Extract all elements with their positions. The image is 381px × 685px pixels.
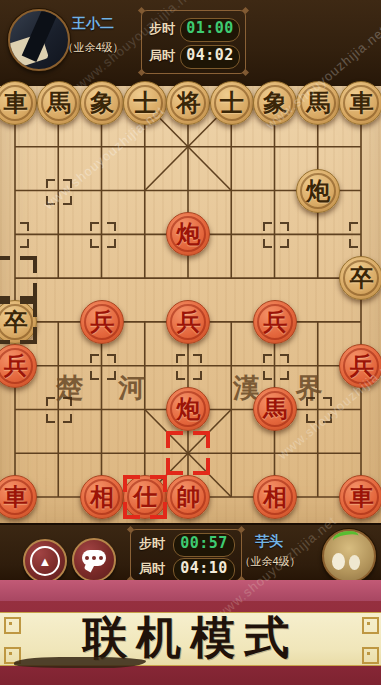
- piece-red-相[interactable]: 相: [80, 475, 124, 519]
- avatar-art: [332, 553, 345, 570]
- game-time-label: 局时: [139, 560, 165, 578]
- piece-black-炮[interactable]: 炮: [296, 169, 340, 213]
- piece-black-卒[interactable]: 卒: [339, 256, 381, 300]
- online-indicator: [332, 529, 361, 549]
- game-time-label: 局时: [149, 47, 175, 65]
- chat-button[interactable]: [72, 538, 116, 582]
- piece-character: 車: [349, 481, 373, 513]
- piece-black-卒[interactable]: 卒: [0, 300, 37, 344]
- piece-black-象[interactable]: 象: [80, 81, 124, 125]
- piece-character: 炮: [176, 218, 200, 250]
- piece-black-車[interactable]: 車: [339, 81, 381, 125]
- piece-black-車[interactable]: 車: [0, 81, 37, 125]
- piece-character: 将: [176, 87, 200, 119]
- piece-red-馬[interactable]: 馬: [253, 387, 297, 431]
- move-time-label: 步时: [149, 20, 175, 38]
- move-time-label: 步时: [139, 535, 165, 553]
- piece-character: 馬: [306, 87, 330, 119]
- piece-character: 相: [90, 481, 114, 513]
- piece-red-帥[interactable]: 帥: [166, 475, 210, 519]
- piece-red-兵[interactable]: 兵: [166, 300, 210, 344]
- piece-red-兵[interactable]: 兵: [253, 300, 297, 344]
- piece-black-士[interactable]: 士: [210, 81, 254, 125]
- piece-character: 象: [90, 87, 114, 119]
- piece-character: 炮: [306, 175, 330, 207]
- opponent-rank: （业余4级）: [50, 40, 136, 55]
- opponent-name: 王小二: [58, 15, 128, 33]
- piece-red-兵[interactable]: 兵: [80, 300, 124, 344]
- piece-red-兵[interactable]: 兵: [0, 344, 37, 388]
- piece-red-兵[interactable]: 兵: [339, 344, 381, 388]
- piece-character: 仕: [133, 481, 157, 513]
- piece-character: 兵: [176, 306, 200, 338]
- piece-grid: 車馬象士将士象馬車炮卒卒炮兵兵兵兵兵炮馬車相仕帥相車: [0, 81, 381, 519]
- piece-character: 炮: [176, 393, 200, 425]
- player-rank: （业余4级）: [230, 554, 310, 569]
- piece-black-馬[interactable]: 馬: [296, 81, 340, 125]
- piece-character: 兵: [3, 350, 27, 382]
- opponent-timer-panel: 步时 01:00 局时 04:02: [141, 10, 246, 74]
- piece-red-車[interactable]: 車: [0, 475, 37, 519]
- piece-character: 士: [220, 87, 244, 119]
- speech-bubble-icon: [82, 550, 106, 566]
- piece-character: 卒: [3, 306, 27, 338]
- up-arrow-icon: ▲: [30, 546, 60, 576]
- piece-character: 兵: [349, 350, 373, 382]
- piece-black-士[interactable]: 士: [123, 81, 167, 125]
- piece-black-象[interactable]: 象: [253, 81, 297, 125]
- piece-character: 車: [349, 87, 373, 119]
- piece-character: 車: [3, 481, 27, 513]
- piece-red-炮[interactable]: 炮: [166, 387, 210, 431]
- piece-black-将[interactable]: 将: [166, 81, 210, 125]
- piece-character: 車: [3, 87, 27, 119]
- banner-parchment: 联机模式: [0, 612, 381, 666]
- ink-brush-decoration: [14, 657, 146, 668]
- piece-character: 士: [133, 87, 157, 119]
- piece-character: 馬: [47, 87, 71, 119]
- avatar-art: [349, 555, 360, 570]
- piece-character: 兵: [90, 306, 114, 338]
- mode-banner: 联机模式: [0, 601, 381, 685]
- piece-character: 帥: [176, 481, 200, 513]
- xiangqi-game-screen: 王小二 （业余4级） 步时 01:00 局时 04:02 楚 河 漢 界 車馬象…: [0, 0, 381, 685]
- expand-menu-button[interactable]: ▲: [23, 539, 67, 583]
- player-timer-panel: 步时 00:57 局时 04:10: [130, 529, 242, 581]
- xiangqi-board[interactable]: 楚 河 漢 界 車馬象士将士象馬車炮卒卒炮兵兵兵兵兵炮馬車相仕帥相車: [0, 86, 381, 523]
- opponent-game-time: 04:02: [180, 45, 240, 69]
- piece-character: 象: [263, 87, 287, 119]
- player-move-time: 00:57: [173, 533, 235, 557]
- piece-character: 卒: [349, 262, 373, 294]
- player-name: 芋头: [236, 533, 302, 551]
- opponent-move-time: 01:00: [180, 18, 240, 42]
- piece-character: 馬: [263, 393, 287, 425]
- piece-red-相[interactable]: 相: [253, 475, 297, 519]
- player-avatar[interactable]: [322, 529, 376, 583]
- piece-black-馬[interactable]: 馬: [37, 81, 81, 125]
- pink-band: [0, 580, 381, 601]
- piece-red-炮[interactable]: 炮: [166, 212, 210, 256]
- bottom-player-bar: ▲ 步时 00:57 局时 04:10 芋头 （业余4级）: [0, 523, 381, 582]
- player-game-time: 04:10: [173, 558, 235, 582]
- piece-red-車[interactable]: 車: [339, 475, 381, 519]
- top-player-bar: 王小二 （业余4级） 步时 01:00 局时 04:02: [0, 0, 381, 88]
- piece-character: 相: [263, 481, 287, 513]
- piece-character: 兵: [263, 306, 287, 338]
- piece-red-仕[interactable]: 仕: [123, 475, 167, 519]
